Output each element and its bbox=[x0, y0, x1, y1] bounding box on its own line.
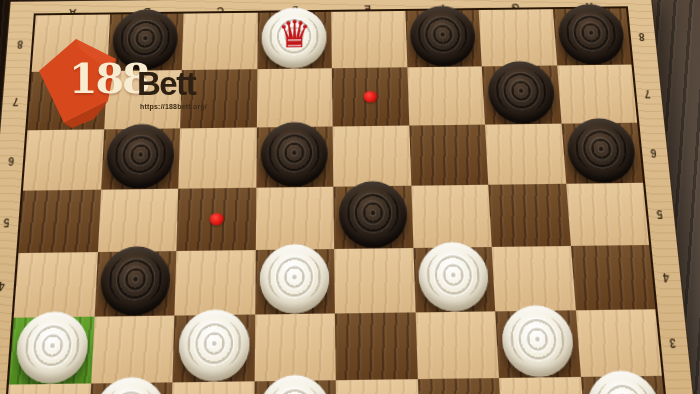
square-e3[interactable] bbox=[335, 312, 417, 380]
square-h8[interactable] bbox=[552, 8, 631, 65]
square-a3[interactable] bbox=[9, 317, 94, 385]
square-g3[interactable] bbox=[495, 310, 580, 378]
move-hint-dot-c5[interactable] bbox=[209, 213, 223, 225]
square-b2[interactable] bbox=[87, 382, 172, 394]
move-hint-dot-e7[interactable] bbox=[363, 91, 377, 103]
king-crown-icon: ♛ bbox=[277, 17, 311, 55]
square-a5[interactable] bbox=[18, 190, 100, 253]
square-d5 bbox=[255, 187, 334, 250]
rank-label-left-8: 8 bbox=[5, 15, 36, 72]
rank-label-right-8: 8 bbox=[626, 8, 658, 65]
white-piece-g3[interactable] bbox=[500, 305, 575, 377]
square-d4[interactable] bbox=[255, 249, 335, 315]
square-e6 bbox=[333, 126, 411, 187]
square-f2[interactable] bbox=[417, 378, 502, 394]
white-piece-c3[interactable] bbox=[178, 309, 250, 381]
square-h6[interactable] bbox=[561, 123, 643, 184]
square-h3 bbox=[575, 309, 662, 377]
rank-label-right-2: 2 bbox=[662, 375, 698, 394]
black-piece-g7[interactable] bbox=[486, 61, 556, 124]
square-g2 bbox=[499, 377, 586, 394]
white-piece-d4[interactable] bbox=[260, 244, 330, 314]
logo-word: Bett bbox=[137, 67, 195, 100]
square-e7[interactable] bbox=[332, 67, 409, 126]
square-d6[interactable] bbox=[256, 126, 334, 187]
square-f7 bbox=[407, 66, 485, 125]
square-e8 bbox=[331, 11, 407, 68]
square-d2[interactable] bbox=[253, 380, 336, 394]
square-b3 bbox=[91, 316, 175, 384]
file-label-e: E bbox=[331, 0, 405, 12]
square-e5[interactable] bbox=[333, 186, 413, 249]
white-piece-a3[interactable] bbox=[14, 312, 89, 384]
square-c3[interactable] bbox=[172, 315, 254, 383]
black-piece-h6[interactable] bbox=[566, 118, 638, 183]
king-white-piece-d8[interactable]: ♛ bbox=[262, 8, 327, 69]
square-h7 bbox=[557, 65, 638, 124]
square-h5 bbox=[566, 183, 649, 246]
square-f3 bbox=[415, 311, 499, 379]
square-f6[interactable] bbox=[409, 125, 488, 186]
square-g4 bbox=[492, 246, 576, 311]
square-f4[interactable] bbox=[413, 247, 495, 312]
square-f8[interactable] bbox=[405, 10, 482, 67]
square-f5 bbox=[411, 185, 492, 248]
file-label-a: A bbox=[36, 1, 111, 16]
square-c5[interactable] bbox=[176, 188, 255, 251]
logo-url: https://188bett.org/ bbox=[140, 103, 207, 110]
square-e4 bbox=[334, 248, 415, 313]
square-b4[interactable] bbox=[94, 251, 176, 317]
black-piece-f8[interactable] bbox=[410, 6, 477, 67]
square-h2[interactable] bbox=[580, 376, 668, 394]
brand-logo: 188 Bett https://188bett.org/ bbox=[36, 50, 251, 145]
table-background: ABCDEFGH 8765432 8765432 ♛ 188 Bett http… bbox=[0, 0, 700, 394]
square-g6 bbox=[485, 124, 566, 185]
square-d8[interactable]: ♛ bbox=[257, 12, 332, 69]
file-label-c: C bbox=[184, 0, 258, 14]
square-g8 bbox=[479, 9, 557, 66]
square-h4[interactable] bbox=[570, 245, 655, 310]
square-d3 bbox=[254, 313, 336, 381]
black-piece-d6[interactable] bbox=[261, 122, 329, 187]
square-c2 bbox=[170, 381, 254, 394]
black-piece-e5[interactable] bbox=[338, 181, 408, 248]
white-piece-f4[interactable] bbox=[418, 242, 490, 312]
black-piece-h8[interactable] bbox=[557, 4, 627, 65]
square-d7 bbox=[256, 68, 332, 127]
square-a2 bbox=[4, 383, 91, 394]
square-c4 bbox=[174, 250, 255, 316]
square-e2 bbox=[336, 379, 420, 394]
black-piece-b4[interactable] bbox=[99, 246, 171, 316]
square-g7[interactable] bbox=[482, 65, 561, 124]
square-b5 bbox=[97, 189, 178, 252]
square-g5[interactable] bbox=[488, 184, 570, 247]
square-a4 bbox=[14, 252, 98, 318]
